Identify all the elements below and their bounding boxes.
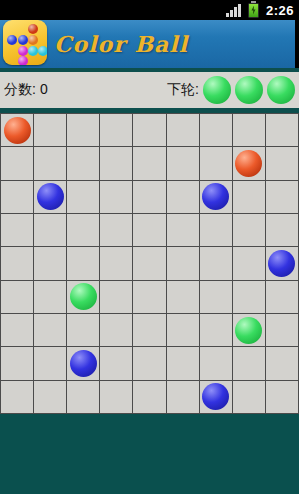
icon-ball xyxy=(18,46,28,56)
board-cell[interactable] xyxy=(167,314,199,346)
board-cell[interactable] xyxy=(233,381,265,413)
board-cell[interactable] xyxy=(1,214,33,246)
board-cell[interactable] xyxy=(1,181,33,213)
board-cell[interactable] xyxy=(266,314,298,346)
board-cell[interactable] xyxy=(1,381,33,413)
next-green-ball xyxy=(203,76,231,104)
board-cell[interactable] xyxy=(233,114,265,146)
board-cell[interactable] xyxy=(200,147,232,179)
icon-ball xyxy=(7,35,17,45)
board-cell[interactable] xyxy=(133,214,165,246)
board-cell[interactable] xyxy=(233,214,265,246)
status-bar: 2:26 xyxy=(0,0,299,20)
icon-ball xyxy=(38,46,47,56)
score-label: 分数: xyxy=(4,81,36,99)
app-launcher-icon xyxy=(3,20,47,65)
board-cell[interactable] xyxy=(34,114,66,146)
board-cell[interactable] xyxy=(67,247,99,279)
green-ball[interactable] xyxy=(70,283,97,310)
board-cell[interactable] xyxy=(167,247,199,279)
board-cell[interactable] xyxy=(133,314,165,346)
board-cell[interactable] xyxy=(34,314,66,346)
next-round-preview: 下轮: xyxy=(167,76,295,104)
board-cell[interactable] xyxy=(67,281,99,313)
board-cell[interactable] xyxy=(67,114,99,146)
red-ball[interactable] xyxy=(4,117,31,144)
blue-ball[interactable] xyxy=(202,383,229,410)
icon-ball xyxy=(28,35,38,45)
red-ball[interactable] xyxy=(235,150,262,177)
signal-strength-icon xyxy=(226,4,241,17)
blue-ball[interactable] xyxy=(70,350,97,377)
icon-ball xyxy=(18,56,28,65)
blue-ball[interactable] xyxy=(268,250,295,277)
score-bar: 分数: 0 下轮: xyxy=(0,72,299,108)
board-cell[interactable] xyxy=(100,381,132,413)
screen-edge xyxy=(295,20,299,68)
board-cell[interactable] xyxy=(133,247,165,279)
board-cell[interactable] xyxy=(34,181,66,213)
board-cell[interactable] xyxy=(1,147,33,179)
board-cell[interactable] xyxy=(233,147,265,179)
board-cell[interactable] xyxy=(200,381,232,413)
board-cell[interactable] xyxy=(133,347,165,379)
board-cell[interactable] xyxy=(100,281,132,313)
board-cell[interactable] xyxy=(1,247,33,279)
board-cell[interactable] xyxy=(266,281,298,313)
board-cell[interactable] xyxy=(233,181,265,213)
bottom-filler xyxy=(0,414,299,494)
board-cell[interactable] xyxy=(200,181,232,213)
board-cell[interactable] xyxy=(34,214,66,246)
green-ball[interactable] xyxy=(235,317,262,344)
score-value: 0 xyxy=(40,81,48,99)
board-cell[interactable] xyxy=(34,281,66,313)
board-cell[interactable] xyxy=(34,347,66,379)
status-clock: 2:26 xyxy=(266,3,294,18)
board-cell[interactable] xyxy=(100,114,132,146)
board-cell[interactable] xyxy=(200,281,232,313)
icon-ball xyxy=(28,46,38,56)
board-cell[interactable] xyxy=(266,381,298,413)
board-cell[interactable] xyxy=(100,214,132,246)
board-cell[interactable] xyxy=(266,347,298,379)
board-cell[interactable] xyxy=(67,214,99,246)
board-cell[interactable] xyxy=(266,247,298,279)
board-cell[interactable] xyxy=(266,147,298,179)
board-cell[interactable] xyxy=(133,181,165,213)
board-cell[interactable] xyxy=(200,314,232,346)
board-cell[interactable] xyxy=(266,181,298,213)
board-cell[interactable] xyxy=(34,381,66,413)
board-cell[interactable] xyxy=(167,114,199,146)
board-cell[interactable] xyxy=(233,314,265,346)
board-cell[interactable] xyxy=(167,347,199,379)
board-cell[interactable] xyxy=(100,181,132,213)
blue-ball[interactable] xyxy=(202,183,229,210)
board-cell[interactable] xyxy=(200,114,232,146)
board-cell[interactable] xyxy=(34,147,66,179)
board-cell[interactable] xyxy=(67,347,99,379)
board-cell[interactable] xyxy=(67,314,99,346)
board-cell[interactable] xyxy=(233,281,265,313)
board[interactable] xyxy=(0,113,299,414)
battery-charging-icon xyxy=(248,3,259,18)
app-title: Color Ball xyxy=(54,31,188,57)
board-cell[interactable] xyxy=(133,114,165,146)
board-cell[interactable] xyxy=(1,347,33,379)
board-cell[interactable] xyxy=(266,114,298,146)
blue-ball[interactable] xyxy=(37,183,64,210)
board-cell[interactable] xyxy=(100,347,132,379)
board-cell[interactable] xyxy=(167,214,199,246)
board-cell[interactable] xyxy=(167,281,199,313)
board-cell[interactable] xyxy=(167,381,199,413)
board-cell[interactable] xyxy=(1,114,33,146)
board-cell[interactable] xyxy=(67,381,99,413)
board-cell[interactable] xyxy=(1,314,33,346)
board-cell[interactable] xyxy=(167,181,199,213)
board-cell[interactable] xyxy=(266,214,298,246)
icon-ball xyxy=(18,35,28,45)
board-cell[interactable] xyxy=(200,347,232,379)
next-green-ball xyxy=(235,76,263,104)
next-balls xyxy=(203,76,295,104)
board-cell[interactable] xyxy=(67,147,99,179)
score-display: 分数: 0 xyxy=(4,81,48,99)
next-green-ball xyxy=(267,76,295,104)
board-cell[interactable] xyxy=(67,181,99,213)
board-cell[interactable] xyxy=(133,281,165,313)
board-cell[interactable] xyxy=(167,147,199,179)
board-cell[interactable] xyxy=(200,214,232,246)
board-cell[interactable] xyxy=(200,247,232,279)
board-cell[interactable] xyxy=(100,247,132,279)
app-screen: 2:26 Color Ball 分数: 0 下轮: xyxy=(0,0,299,494)
title-bar: Color Ball xyxy=(0,20,299,68)
board-cell[interactable] xyxy=(100,314,132,346)
next-round-label: 下轮: xyxy=(167,81,199,99)
board-cell[interactable] xyxy=(233,347,265,379)
board-cell[interactable] xyxy=(34,247,66,279)
board-cell[interactable] xyxy=(133,147,165,179)
board-cell[interactable] xyxy=(133,381,165,413)
icon-ball xyxy=(28,24,38,34)
board-cell[interactable] xyxy=(233,247,265,279)
board-cell[interactable] xyxy=(1,281,33,313)
board-cell[interactable] xyxy=(100,147,132,179)
